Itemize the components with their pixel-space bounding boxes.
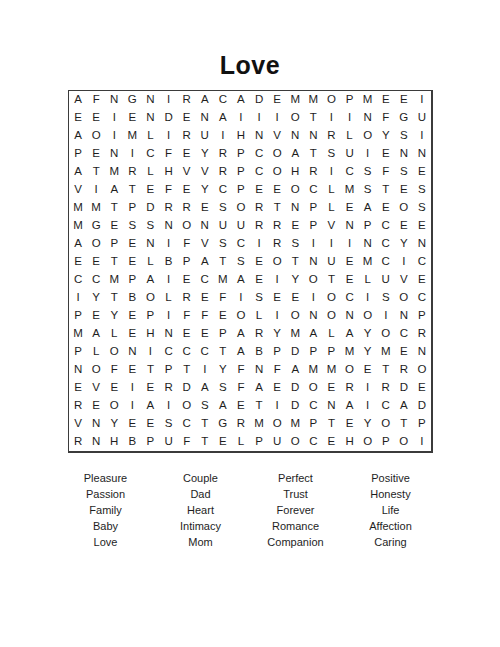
grid-cell[interactable]: R: [268, 235, 286, 253]
grid-cell[interactable]: D: [178, 379, 196, 397]
grid-cell[interactable]: F: [87, 91, 105, 109]
grid-cell[interactable]: E: [322, 433, 340, 451]
grid-cell[interactable]: S: [196, 397, 214, 415]
grid-cell[interactable]: T: [123, 181, 141, 199]
grid-cell[interactable]: D: [141, 199, 159, 217]
grid-cell[interactable]: P: [304, 217, 322, 235]
grid-cell[interactable]: E: [196, 199, 214, 217]
grid-cell[interactable]: R: [178, 127, 196, 145]
grid-cell[interactable]: O: [413, 361, 431, 379]
grid-cell[interactable]: I: [214, 127, 232, 145]
grid-cell[interactable]: A: [105, 181, 123, 199]
grid-cell[interactable]: R: [304, 163, 322, 181]
grid-cell[interactable]: V: [87, 379, 105, 397]
grid-cell[interactable]: N: [87, 433, 105, 451]
grid-cell[interactable]: I: [160, 397, 178, 415]
grid-cell[interactable]: I: [69, 289, 87, 307]
grid-cell[interactable]: I: [304, 235, 322, 253]
grid-cell[interactable]: I: [359, 397, 377, 415]
grid-cell[interactable]: E: [250, 181, 268, 199]
grid-cell[interactable]: S: [214, 235, 232, 253]
grid-cell[interactable]: C: [341, 163, 359, 181]
grid-cell[interactable]: N: [105, 91, 123, 109]
grid-cell[interactable]: T: [87, 163, 105, 181]
grid-cell[interactable]: S: [359, 181, 377, 199]
grid-cell[interactable]: D: [250, 91, 268, 109]
grid-cell[interactable]: L: [160, 289, 178, 307]
grid-cell[interactable]: P: [141, 433, 159, 451]
grid-cell[interactable]: I: [141, 343, 159, 361]
grid-cell[interactable]: N: [160, 217, 178, 235]
grid-cell[interactable]: A: [286, 145, 304, 163]
grid-cell[interactable]: M: [69, 217, 87, 235]
grid-cell[interactable]: C: [160, 343, 178, 361]
grid-cell[interactable]: O: [322, 289, 340, 307]
grid-cell[interactable]: Y: [359, 415, 377, 433]
grid-cell[interactable]: S: [214, 379, 232, 397]
grid-cell[interactable]: A: [87, 325, 105, 343]
grid-cell[interactable]: R: [178, 289, 196, 307]
grid-cell[interactable]: A: [141, 271, 159, 289]
grid-cell[interactable]: V: [69, 415, 87, 433]
grid-cell[interactable]: O: [286, 433, 304, 451]
grid-cell[interactable]: P: [322, 343, 340, 361]
grid-cell[interactable]: S: [395, 127, 413, 145]
grid-cell[interactable]: R: [250, 217, 268, 235]
grid-cell[interactable]: S: [160, 415, 178, 433]
grid-cell[interactable]: M: [69, 325, 87, 343]
grid-cell[interactable]: O: [178, 217, 196, 235]
grid-cell[interactable]: S: [214, 199, 232, 217]
grid-cell[interactable]: T: [322, 415, 340, 433]
grid-cell[interactable]: I: [105, 109, 123, 127]
grid-cell[interactable]: O: [268, 163, 286, 181]
grid-cell[interactable]: D: [286, 343, 304, 361]
grid-cell[interactable]: U: [322, 253, 340, 271]
grid-cell[interactable]: O: [268, 415, 286, 433]
grid-cell[interactable]: N: [413, 145, 431, 163]
grid-cell[interactable]: N: [250, 361, 268, 379]
grid-cell[interactable]: O: [87, 235, 105, 253]
grid-cell[interactable]: E: [123, 415, 141, 433]
grid-cell[interactable]: E: [232, 397, 250, 415]
grid-cell[interactable]: E: [214, 433, 232, 451]
grid-cell[interactable]: T: [214, 253, 232, 271]
grid-cell[interactable]: N: [413, 343, 431, 361]
grid-cell[interactable]: P: [304, 199, 322, 217]
grid-cell[interactable]: P: [178, 253, 196, 271]
grid-cell[interactable]: A: [232, 91, 250, 109]
grid-cell[interactable]: B: [160, 253, 178, 271]
grid-cell[interactable]: L: [87, 343, 105, 361]
grid-cell[interactable]: L: [359, 271, 377, 289]
grid-cell[interactable]: T: [105, 199, 123, 217]
grid-cell[interactable]: E: [196, 289, 214, 307]
grid-cell[interactable]: A: [232, 325, 250, 343]
grid-cell[interactable]: C: [250, 163, 268, 181]
grid-cell[interactable]: I: [160, 271, 178, 289]
grid-cell[interactable]: Y: [87, 289, 105, 307]
grid-cell[interactable]: E: [268, 289, 286, 307]
grid-cell[interactable]: C: [341, 289, 359, 307]
grid-cell[interactable]: I: [322, 163, 340, 181]
grid-cell[interactable]: E: [268, 181, 286, 199]
grid-cell[interactable]: P: [304, 343, 322, 361]
grid-cell[interactable]: I: [413, 433, 431, 451]
grid-cell[interactable]: I: [268, 109, 286, 127]
grid-cell[interactable]: F: [232, 361, 250, 379]
grid-cell[interactable]: A: [196, 379, 214, 397]
grid-cell[interactable]: I: [268, 271, 286, 289]
grid-cell[interactable]: N: [196, 217, 214, 235]
grid-cell[interactable]: T: [377, 361, 395, 379]
grid-cell[interactable]: H: [141, 325, 159, 343]
grid-cell[interactable]: C: [232, 235, 250, 253]
grid-cell[interactable]: I: [268, 307, 286, 325]
grid-cell[interactable]: N: [322, 397, 340, 415]
grid-cell[interactable]: F: [232, 379, 250, 397]
grid-cell[interactable]: P: [69, 145, 87, 163]
grid-cell[interactable]: O: [395, 199, 413, 217]
grid-cell[interactable]: U: [160, 433, 178, 451]
grid-cell[interactable]: O: [359, 433, 377, 451]
grid-cell[interactable]: N: [341, 307, 359, 325]
grid-cell[interactable]: T: [377, 181, 395, 199]
grid-cell[interactable]: P: [141, 307, 159, 325]
grid-cell[interactable]: I: [160, 235, 178, 253]
grid-cell[interactable]: E: [377, 91, 395, 109]
grid-cell[interactable]: A: [341, 325, 359, 343]
grid-cell[interactable]: V: [69, 181, 87, 199]
grid-cell[interactable]: O: [178, 397, 196, 415]
grid-cell[interactable]: F: [377, 163, 395, 181]
grid-cell[interactable]: N: [250, 127, 268, 145]
grid-cell[interactable]: M: [105, 163, 123, 181]
grid-cell[interactable]: M: [286, 415, 304, 433]
grid-cell[interactable]: A: [69, 235, 87, 253]
grid-cell[interactable]: F: [105, 361, 123, 379]
grid-cell[interactable]: F: [160, 145, 178, 163]
grid-cell[interactable]: A: [214, 109, 232, 127]
grid-cell[interactable]: E: [413, 163, 431, 181]
grid-cell[interactable]: E: [341, 271, 359, 289]
grid-cell[interactable]: R: [395, 361, 413, 379]
grid-cell[interactable]: N: [123, 343, 141, 361]
grid-cell[interactable]: N: [196, 109, 214, 127]
grid-cell[interactable]: O: [87, 361, 105, 379]
grid-cell[interactable]: E: [395, 91, 413, 109]
grid-cell[interactable]: P: [359, 217, 377, 235]
grid-cell[interactable]: I: [359, 289, 377, 307]
grid-cell[interactable]: P: [413, 307, 431, 325]
grid-cell[interactable]: H: [105, 433, 123, 451]
grid-cell[interactable]: S: [377, 289, 395, 307]
grid-cell[interactable]: C: [214, 181, 232, 199]
grid-cell[interactable]: M: [87, 199, 105, 217]
grid-cell[interactable]: E: [123, 109, 141, 127]
grid-cell[interactable]: I: [160, 127, 178, 145]
grid-cell[interactable]: D: [160, 109, 178, 127]
grid-cell[interactable]: E: [178, 325, 196, 343]
grid-cell[interactable]: T: [178, 361, 196, 379]
grid-cell[interactable]: I: [123, 397, 141, 415]
grid-cell[interactable]: T: [196, 415, 214, 433]
grid-cell[interactable]: E: [359, 361, 377, 379]
grid-cell[interactable]: I: [377, 307, 395, 325]
grid-cell[interactable]: N: [341, 217, 359, 235]
grid-cell[interactable]: L: [341, 127, 359, 145]
grid-cell[interactable]: E: [123, 361, 141, 379]
grid-cell[interactable]: E: [395, 181, 413, 199]
grid-cell[interactable]: C: [377, 397, 395, 415]
grid-cell[interactable]: E: [413, 379, 431, 397]
grid-cell[interactable]: I: [123, 379, 141, 397]
grid-cell[interactable]: E: [178, 145, 196, 163]
grid-cell[interactable]: N: [359, 235, 377, 253]
grid-cell[interactable]: I: [268, 397, 286, 415]
grid-cell[interactable]: I: [250, 235, 268, 253]
grid-cell[interactable]: N: [304, 253, 322, 271]
grid-cell[interactable]: O: [304, 271, 322, 289]
grid-cell[interactable]: E: [105, 379, 123, 397]
grid-cell[interactable]: F: [160, 181, 178, 199]
grid-cell[interactable]: C: [178, 343, 196, 361]
grid-cell[interactable]: C: [377, 235, 395, 253]
grid-cell[interactable]: E: [123, 307, 141, 325]
grid-cell[interactable]: U: [341, 145, 359, 163]
grid-cell[interactable]: E: [178, 271, 196, 289]
grid-cell[interactable]: P: [123, 199, 141, 217]
grid-cell[interactable]: I: [232, 289, 250, 307]
grid-cell[interactable]: N: [87, 415, 105, 433]
grid-cell[interactable]: L: [141, 163, 159, 181]
grid-cell[interactable]: I: [232, 109, 250, 127]
grid-cell[interactable]: M: [304, 361, 322, 379]
grid-cell[interactable]: I: [413, 91, 431, 109]
grid-cell[interactable]: M: [286, 91, 304, 109]
grid-cell[interactable]: A: [341, 397, 359, 415]
grid-cell[interactable]: M: [322, 361, 340, 379]
grid-cell[interactable]: N: [105, 145, 123, 163]
grid-cell[interactable]: P: [413, 415, 431, 433]
grid-cell[interactable]: P: [123, 271, 141, 289]
grid-cell[interactable]: E: [123, 253, 141, 271]
grid-cell[interactable]: P: [341, 91, 359, 109]
grid-cell[interactable]: E: [141, 415, 159, 433]
grid-cell[interactable]: Y: [196, 145, 214, 163]
grid-cell[interactable]: O: [359, 307, 377, 325]
grid-cell[interactable]: F: [196, 307, 214, 325]
grid-cell[interactable]: M: [359, 91, 377, 109]
grid-cell[interactable]: L: [322, 199, 340, 217]
grid-cell[interactable]: M: [341, 343, 359, 361]
grid-cell[interactable]: N: [141, 91, 159, 109]
grid-cell[interactable]: T: [250, 397, 268, 415]
grid-cell[interactable]: E: [123, 235, 141, 253]
grid-cell[interactable]: O: [141, 289, 159, 307]
grid-cell[interactable]: E: [141, 379, 159, 397]
grid-cell[interactable]: O: [232, 199, 250, 217]
grid-cell[interactable]: C: [196, 343, 214, 361]
grid-cell[interactable]: A: [214, 397, 232, 415]
grid-cell[interactable]: F: [214, 289, 232, 307]
grid-cell[interactable]: C: [377, 217, 395, 235]
grid-cell[interactable]: S: [322, 145, 340, 163]
grid-cell[interactable]: M: [123, 127, 141, 145]
grid-cell[interactable]: O: [395, 289, 413, 307]
grid-cell[interactable]: F: [178, 307, 196, 325]
grid-cell[interactable]: F: [178, 433, 196, 451]
grid-cell[interactable]: E: [395, 343, 413, 361]
grid-cell[interactable]: C: [214, 91, 232, 109]
grid-cell[interactable]: S: [232, 253, 250, 271]
grid-cell[interactable]: I: [196, 361, 214, 379]
grid-cell[interactable]: C: [304, 181, 322, 199]
grid-cell[interactable]: N: [304, 307, 322, 325]
grid-cell[interactable]: T: [304, 145, 322, 163]
grid-cell[interactable]: N: [286, 199, 304, 217]
grid-cell[interactable]: E: [87, 253, 105, 271]
grid-cell[interactable]: Y: [268, 325, 286, 343]
grid-cell[interactable]: T: [141, 361, 159, 379]
grid-cell[interactable]: I: [359, 145, 377, 163]
grid-cell[interactable]: R: [322, 127, 340, 145]
grid-cell[interactable]: B: [123, 433, 141, 451]
grid-cell[interactable]: A: [359, 199, 377, 217]
grid-cell[interactable]: I: [341, 235, 359, 253]
grid-cell[interactable]: C: [377, 253, 395, 271]
grid-cell[interactable]: R: [377, 379, 395, 397]
grid-cell[interactable]: P: [69, 343, 87, 361]
grid-cell[interactable]: O: [377, 325, 395, 343]
grid-cell[interactable]: M: [214, 271, 232, 289]
grid-cell[interactable]: E: [250, 253, 268, 271]
grid-cell[interactable]: A: [395, 397, 413, 415]
grid-cell[interactable]: N: [395, 307, 413, 325]
grid-cell[interactable]: E: [286, 289, 304, 307]
grid-cell[interactable]: U: [232, 217, 250, 235]
grid-cell[interactable]: N: [359, 109, 377, 127]
grid-cell[interactable]: E: [341, 199, 359, 217]
grid-cell[interactable]: P: [232, 145, 250, 163]
grid-cell[interactable]: R: [160, 379, 178, 397]
grid-cell[interactable]: T: [268, 199, 286, 217]
grid-cell[interactable]: V: [196, 235, 214, 253]
grid-cell[interactable]: O: [105, 343, 123, 361]
grid-cell[interactable]: R: [69, 433, 87, 451]
grid-cell[interactable]: O: [322, 307, 340, 325]
grid-cell[interactable]: E: [87, 145, 105, 163]
grid-cell[interactable]: G: [395, 109, 413, 127]
grid-cell[interactable]: E: [268, 379, 286, 397]
grid-cell[interactable]: S: [413, 181, 431, 199]
grid-cell[interactable]: F: [178, 235, 196, 253]
grid-cell[interactable]: P: [214, 325, 232, 343]
grid-cell[interactable]: S: [395, 163, 413, 181]
grid-cell[interactable]: U: [268, 433, 286, 451]
grid-cell[interactable]: U: [377, 271, 395, 289]
grid-cell[interactable]: O: [268, 145, 286, 163]
grid-cell[interactable]: E: [341, 253, 359, 271]
grid-cell[interactable]: T: [322, 271, 340, 289]
grid-cell[interactable]: C: [304, 433, 322, 451]
grid-cell[interactable]: O: [286, 109, 304, 127]
grid-cell[interactable]: F: [377, 109, 395, 127]
grid-cell[interactable]: I: [359, 379, 377, 397]
grid-cell[interactable]: L: [250, 307, 268, 325]
grid-cell[interactable]: G: [87, 217, 105, 235]
grid-cell[interactable]: E: [69, 109, 87, 127]
grid-cell[interactable]: M: [359, 253, 377, 271]
grid-cell[interactable]: C: [196, 271, 214, 289]
grid-cell[interactable]: G: [123, 91, 141, 109]
grid-cell[interactable]: H: [286, 163, 304, 181]
grid-cell[interactable]: O: [286, 181, 304, 199]
grid-cell[interactable]: O: [304, 379, 322, 397]
grid-cell[interactable]: R: [232, 415, 250, 433]
grid-cell[interactable]: E: [141, 181, 159, 199]
grid-cell[interactable]: I: [250, 109, 268, 127]
grid-cell[interactable]: N: [413, 235, 431, 253]
grid-cell[interactable]: F: [268, 361, 286, 379]
grid-cell[interactable]: N: [286, 127, 304, 145]
grid-cell[interactable]: L: [322, 181, 340, 199]
grid-cell[interactable]: D: [286, 397, 304, 415]
grid-cell[interactable]: P: [377, 433, 395, 451]
grid-cell[interactable]: D: [395, 379, 413, 397]
grid-cell[interactable]: E: [286, 217, 304, 235]
grid-cell[interactable]: N: [395, 145, 413, 163]
grid-cell[interactable]: M: [105, 271, 123, 289]
grid-cell[interactable]: V: [196, 163, 214, 181]
grid-cell[interactable]: Y: [214, 361, 232, 379]
grid-cell[interactable]: M: [341, 181, 359, 199]
grid-cell[interactable]: Y: [359, 343, 377, 361]
grid-cell[interactable]: N: [141, 235, 159, 253]
grid-cell[interactable]: E: [69, 253, 87, 271]
grid-cell[interactable]: E: [395, 217, 413, 235]
grid-cell[interactable]: L: [141, 127, 159, 145]
grid-cell[interactable]: O: [87, 127, 105, 145]
grid-cell[interactable]: O: [268, 253, 286, 271]
grid-cell[interactable]: N: [160, 325, 178, 343]
grid-cell[interactable]: I: [413, 127, 431, 145]
grid-cell[interactable]: I: [160, 307, 178, 325]
grid-cell[interactable]: T: [105, 253, 123, 271]
grid-cell[interactable]: D: [413, 397, 431, 415]
grid-cell[interactable]: S: [250, 289, 268, 307]
grid-cell[interactable]: R: [268, 217, 286, 235]
grid-cell[interactable]: E: [178, 109, 196, 127]
grid-cell[interactable]: S: [359, 163, 377, 181]
grid-cell[interactable]: T: [196, 433, 214, 451]
grid-cell[interactable]: R: [214, 163, 232, 181]
grid-cell[interactable]: P: [268, 343, 286, 361]
grid-cell[interactable]: G: [214, 415, 232, 433]
grid-cell[interactable]: E: [87, 109, 105, 127]
grid-cell[interactable]: O: [359, 127, 377, 145]
grid-cell[interactable]: O: [105, 397, 123, 415]
grid-cell[interactable]: I: [322, 235, 340, 253]
grid-cell[interactable]: R: [123, 163, 141, 181]
grid-cell[interactable]: M: [286, 325, 304, 343]
grid-cell[interactable]: N: [69, 361, 87, 379]
grid-cell[interactable]: B: [250, 343, 268, 361]
grid-cell[interactable]: C: [413, 289, 431, 307]
grid-cell[interactable]: E: [178, 181, 196, 199]
grid-cell[interactable]: Y: [105, 307, 123, 325]
grid-cell[interactable]: S: [141, 217, 159, 235]
